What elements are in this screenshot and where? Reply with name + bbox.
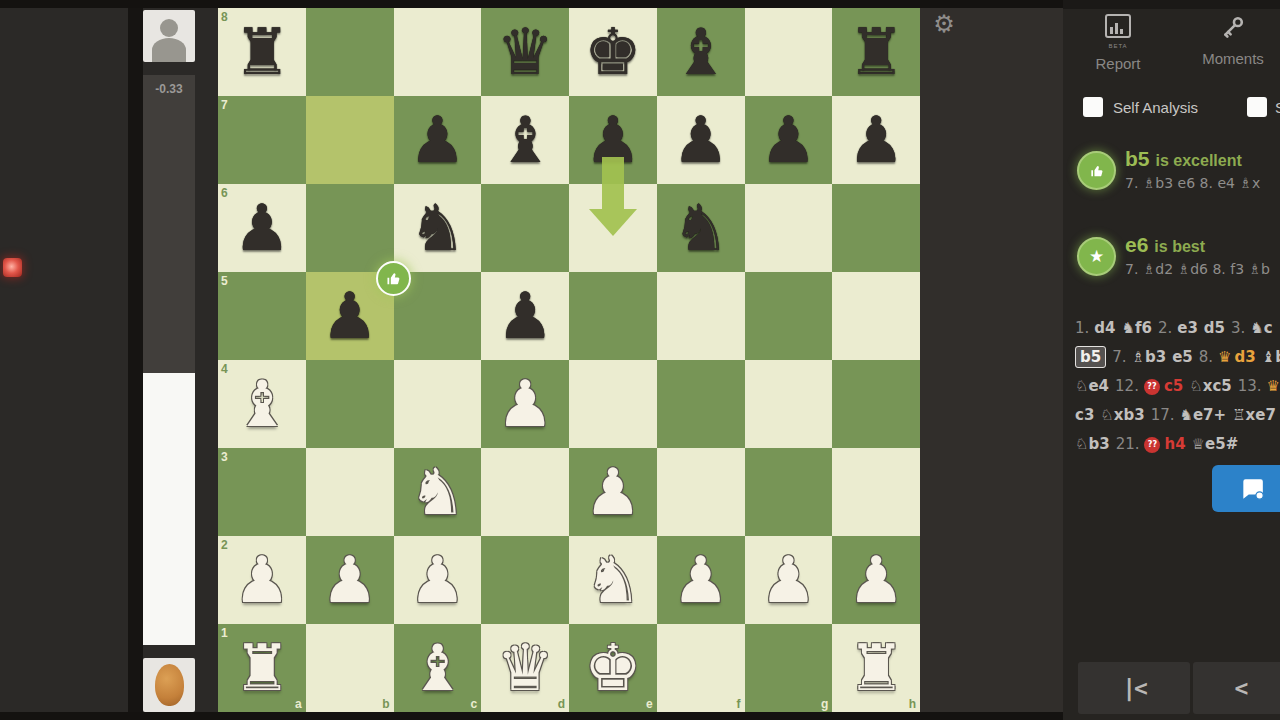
thumbs-up-icon <box>385 270 402 287</box>
key-icon <box>1220 14 1246 40</box>
move[interactable]: c3 <box>1075 406 1094 424</box>
settings-gear-icon[interactable]: ⚙ <box>929 9 959 39</box>
square-c8[interactable] <box>394 8 482 96</box>
evaluation-bar: -0.33 <box>143 75 195 645</box>
move[interactable]: ♗b3 <box>1132 348 1167 366</box>
piece-white-pawn: ♟ <box>394 536 482 624</box>
square-g1[interactable]: g <box>745 624 833 712</box>
excellent-move-badge <box>376 261 411 296</box>
rank-label-7: 7 <box>221 98 228 112</box>
move-list-row: ♘e412.??c5♘xc513.♛ <box>1075 372 1280 401</box>
file-label-f: f <box>737 697 741 711</box>
square-f8[interactable]: ♝ <box>657 8 745 96</box>
piece-black-knight: ♞ <box>657 184 745 272</box>
file-label-c: c <box>471 697 478 711</box>
piece-black-rook: ♜ <box>832 8 920 96</box>
piece-black-pawn: ♟ <box>394 96 482 184</box>
coach-variation: 7. ♗d2 ♗d6 8. f3 ♗b <box>1125 261 1280 277</box>
thumbs-up-circle-icon <box>1077 151 1116 190</box>
move[interactable]: d5 <box>1204 319 1225 337</box>
piece-black-bishop: ♝ <box>481 96 569 184</box>
square-f3[interactable] <box>657 448 745 536</box>
square-d8[interactable]: ♛ <box>481 8 569 96</box>
square-c7[interactable]: ♟ <box>394 96 482 184</box>
file-label-e: e <box>646 697 653 711</box>
move[interactable]: ♘b3 <box>1075 435 1110 453</box>
square-e2[interactable]: ♞ <box>569 536 657 624</box>
square-h5[interactable] <box>832 272 920 360</box>
piece-white-bishop: ♝ <box>218 360 306 448</box>
square-g2[interactable]: ♟ <box>745 536 833 624</box>
square-b6[interactable] <box>306 184 394 272</box>
square-b8[interactable] <box>306 8 394 96</box>
square-g7[interactable]: ♟ <box>745 96 833 184</box>
square-e3[interactable]: ♟ <box>569 448 657 536</box>
square-h3[interactable] <box>832 448 920 536</box>
square-g4[interactable] <box>745 360 833 448</box>
person-icon <box>160 19 178 37</box>
move[interactable]: ♝b <box>1262 348 1280 366</box>
piece-black-pawn: ♟ <box>832 96 920 184</box>
square-d1[interactable]: ♛d <box>481 624 569 712</box>
square-f1[interactable]: f <box>657 624 745 712</box>
square-b4[interactable] <box>306 360 394 448</box>
self-analysis-checkbox[interactable] <box>1083 97 1103 117</box>
square-a3[interactable]: 3 <box>218 448 306 536</box>
move-number: 3. <box>1231 319 1245 337</box>
second-checkbox-label: S <box>1275 99 1280 116</box>
opponent-avatar[interactable] <box>143 10 195 62</box>
file-label-b: b <box>382 697 389 711</box>
previous-move-button[interactable]: < <box>1193 662 1280 714</box>
square-g8[interactable] <box>745 8 833 96</box>
piece-black-pawn: ♟ <box>745 96 833 184</box>
rank-label-6: 6 <box>221 186 228 200</box>
square-e8[interactable]: ♚ <box>569 8 657 96</box>
move[interactable]: ♞c <box>1250 319 1272 337</box>
move[interactable]: c5 <box>1164 377 1183 395</box>
piece-white-rook: ♜ <box>832 624 920 712</box>
move[interactable]: ♘xb3 <box>1100 406 1144 424</box>
close-icon[interactable] <box>3 258 22 277</box>
square-h8[interactable]: ♜ <box>832 8 920 96</box>
tab-moments-label: Moments <box>1188 50 1278 67</box>
blunder-icon: ?? <box>1144 379 1160 395</box>
move[interactable]: ♞e7+ <box>1180 406 1227 424</box>
square-c6[interactable]: ♞ <box>394 184 482 272</box>
piece-white-pawn: ♟ <box>481 360 569 448</box>
square-g3[interactable] <box>745 448 833 536</box>
square-f4[interactable] <box>657 360 745 448</box>
move-list-row: ♘b321.??h4♕e5# <box>1075 430 1280 459</box>
square-a7[interactable]: 7 <box>218 96 306 184</box>
move-number: 17. <box>1151 406 1175 424</box>
piece-white-pawn: ♟ <box>306 536 394 624</box>
piece-black-bishop: ♝ <box>657 8 745 96</box>
move-number: 13. <box>1238 377 1262 395</box>
square-b1[interactable]: b <box>306 624 394 712</box>
square-a1[interactable]: ♜1a <box>218 624 306 712</box>
panel-divider <box>128 0 143 720</box>
square-d2[interactable] <box>481 536 569 624</box>
square-e5[interactable] <box>569 272 657 360</box>
square-b2[interactable]: ♟ <box>306 536 394 624</box>
piece-white-bishop: ♝ <box>394 624 482 712</box>
square-h1[interactable]: ♜h <box>832 624 920 712</box>
star-circle-icon: ★ <box>1077 237 1116 276</box>
evaluation-bar-white-section <box>143 373 195 645</box>
tab-moments[interactable]: Moments <box>1188 14 1278 67</box>
piece-black-queen: ♛ <box>481 8 569 96</box>
square-a8[interactable]: ♜8 <box>218 8 306 96</box>
file-label-g: g <box>821 697 828 711</box>
rank-label-1: 1 <box>221 626 228 640</box>
square-b3[interactable] <box>306 448 394 536</box>
review-button[interactable] <box>1212 465 1280 512</box>
piece-white-pawn: ♟ <box>218 536 306 624</box>
coach-verdict: is excellent <box>1156 152 1242 169</box>
piece-white-knight: ♞ <box>394 448 482 536</box>
board-top-border <box>0 0 1063 8</box>
square-h2[interactable]: ♟ <box>832 536 920 624</box>
square-d3[interactable] <box>481 448 569 536</box>
square-d4[interactable]: ♟ <box>481 360 569 448</box>
coach-variation: 7. ♗b3 e6 8. e4 ♗x <box>1125 175 1280 191</box>
coach-item-excellent[interactable]: b5is excellent 7. ♗b3 e6 8. e4 ♗x <box>1077 147 1280 191</box>
piece-black-pawn: ♟ <box>657 96 745 184</box>
square-a4[interactable]: ♝4 <box>218 360 306 448</box>
square-c1[interactable]: ♝c <box>394 624 482 712</box>
square-h7[interactable]: ♟ <box>832 96 920 184</box>
analysis-sidebar: BETA Report Moments Self Analysis S b5is… <box>1063 0 1280 720</box>
move[interactable]: ♘e4 <box>1075 377 1109 395</box>
piece-white-queen: ♛ <box>481 624 569 712</box>
square-d7[interactable]: ♝ <box>481 96 569 184</box>
report-graph-icon <box>1105 14 1131 38</box>
square-g6[interactable] <box>745 184 833 272</box>
move-number: 1. <box>1075 319 1089 337</box>
move[interactable]: ♖xe7 <box>1232 406 1276 424</box>
move-number: 12. <box>1115 377 1139 395</box>
piece-white-king: ♚ <box>569 624 657 712</box>
piece-black-rook: ♜ <box>218 8 306 96</box>
piece-white-knight: ♞ <box>569 536 657 624</box>
move[interactable]: e3 <box>1177 319 1198 337</box>
file-label-h: h <box>909 697 916 711</box>
coach-move: b5 <box>1125 147 1150 170</box>
move-list-row: b57.♗b3e58.♛d3♝b <box>1075 343 1280 372</box>
move-list-row: c3♘xb317.♞e7+♖xe7 <box>1075 401 1280 430</box>
piece-black-pawn: ♟ <box>218 184 306 272</box>
miss-crown-icon: ♛ <box>1267 377 1280 395</box>
piece-black-knight: ♞ <box>394 184 482 272</box>
rank-label-3: 3 <box>221 450 228 464</box>
square-f5[interactable] <box>657 272 745 360</box>
move-list-row: 1.d4♞f62.e3d53.♞c <box>1075 314 1280 343</box>
square-a5[interactable]: 5 <box>218 272 306 360</box>
evaluation-score: -0.33 <box>143 82 195 96</box>
move[interactable]: ♞f6 <box>1122 319 1152 337</box>
piece-white-rook: ♜ <box>218 624 306 712</box>
file-label-d: d <box>558 697 565 711</box>
piece-white-pawn: ♟ <box>745 536 833 624</box>
rank-label-4: 4 <box>221 362 228 376</box>
tab-report[interactable]: BETA Report <box>1073 14 1163 72</box>
move-number: 8. <box>1199 348 1213 366</box>
piece-black-pawn: ♟ <box>481 272 569 360</box>
coach-move: e6 <box>1125 233 1148 256</box>
second-checkbox[interactable] <box>1247 97 1267 117</box>
move-number: 7. <box>1112 348 1126 366</box>
square-c3[interactable]: ♞ <box>394 448 482 536</box>
move[interactable]: ♘xc5 <box>1189 377 1231 395</box>
square-g5[interactable] <box>745 272 833 360</box>
square-d6[interactable] <box>481 184 569 272</box>
move[interactable]: d3 <box>1235 348 1256 366</box>
rank-label-2: 2 <box>221 538 228 552</box>
square-e1[interactable]: ♚e <box>569 624 657 712</box>
player-avatar[interactable] <box>143 658 195 712</box>
miss-crown-icon: ♛ <box>1218 348 1231 366</box>
square-a6[interactable]: ♟6 <box>218 184 306 272</box>
piece-white-pawn: ♟ <box>569 448 657 536</box>
character-avatar-icon <box>155 664 184 706</box>
board-bottom-border <box>0 712 1063 720</box>
piece-black-king: ♚ <box>569 8 657 96</box>
current-move[interactable]: b5 <box>1075 346 1106 368</box>
square-d5[interactable]: ♟ <box>481 272 569 360</box>
file-label-a: a <box>295 697 302 711</box>
move-number: 21. <box>1116 435 1140 453</box>
square-c4[interactable] <box>394 360 482 448</box>
square-f7[interactable]: ♟ <box>657 96 745 184</box>
chat-bubble-icon <box>1239 476 1265 502</box>
move[interactable]: h4 <box>1164 435 1185 453</box>
move[interactable]: e5 <box>1172 348 1193 366</box>
chess-board[interactable]: ♜8♛♚♝♜7♟♝♟♟♟♟♟6♞♞5♟♟♝4♟3♞♟♟2♟♟♞♟♟♟♜1ab♝c… <box>218 8 920 712</box>
left-background-strip <box>0 0 128 720</box>
square-a2[interactable]: ♟2 <box>218 536 306 624</box>
square-b7[interactable] <box>306 96 394 184</box>
square-h6[interactable] <box>832 184 920 272</box>
rank-label-5: 5 <box>221 274 228 288</box>
self-analysis-label: Self Analysis <box>1113 99 1198 116</box>
square-f2[interactable]: ♟ <box>657 536 745 624</box>
rank-label-8: 8 <box>221 10 228 24</box>
blunder-icon: ?? <box>1144 437 1160 453</box>
move-list[interactable]: 1.d4♞f62.e3d53.♞cb57.♗b3e58.♛d3♝b♘e412.?… <box>1075 314 1280 459</box>
piece-white-pawn: ♟ <box>832 536 920 624</box>
coach-item-best[interactable]: ★ e6is best 7. ♗d2 ♗d6 8. f3 ♗b <box>1077 233 1280 277</box>
square-h4[interactable] <box>832 360 920 448</box>
move[interactable]: d4 <box>1094 319 1115 337</box>
tab-report-label: Report <box>1073 55 1163 72</box>
square-e4[interactable] <box>569 360 657 448</box>
piece-white-pawn: ♟ <box>657 536 745 624</box>
coach-verdict: is best <box>1154 238 1205 255</box>
move-number: 2. <box>1158 319 1172 337</box>
move[interactable]: ♕e5# <box>1192 435 1239 453</box>
square-f6[interactable]: ♞ <box>657 184 745 272</box>
go-to-start-button[interactable]: |< <box>1078 662 1190 714</box>
square-c2[interactable]: ♟ <box>394 536 482 624</box>
